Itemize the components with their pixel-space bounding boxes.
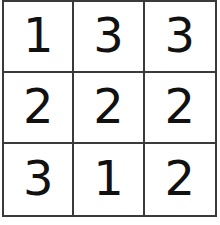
cell-r1c1[interactable]: 1 xyxy=(4,2,74,73)
cell-r3c3[interactable]: 2 xyxy=(145,144,215,215)
cell-r2c3[interactable]: 2 xyxy=(145,73,215,144)
cell-r1c2[interactable]: 3 xyxy=(74,2,144,73)
cell-r2c2[interactable]: 2 xyxy=(74,73,144,144)
cell-r3c2[interactable]: 1 xyxy=(74,144,144,215)
puzzle-grid: 1 3 3 2 2 2 3 1 2 xyxy=(2,0,217,217)
cell-r2c1[interactable]: 2 xyxy=(4,73,74,144)
cell-r1c3[interactable]: 3 xyxy=(145,2,215,73)
cell-r3c1[interactable]: 3 xyxy=(4,144,74,215)
